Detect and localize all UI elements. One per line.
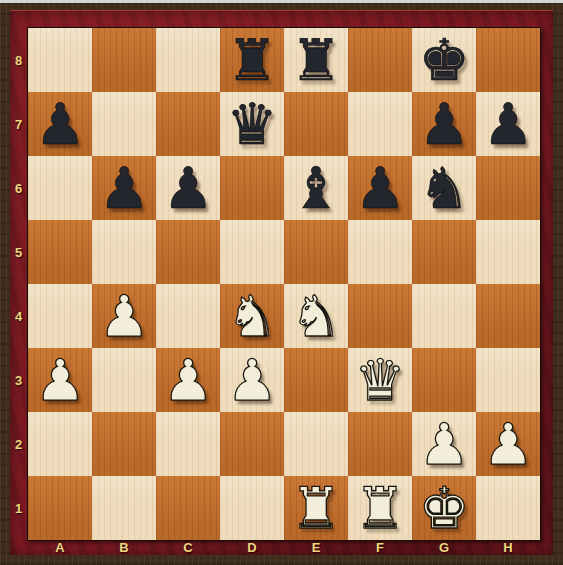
white-pawn[interactable]: ♟ <box>98 284 149 348</box>
square-h1[interactable] <box>476 476 540 540</box>
square-g8[interactable]: ♚ <box>412 28 476 92</box>
square-c1[interactable] <box>156 476 220 540</box>
white-knight[interactable]: ♞ <box>290 284 341 348</box>
white-pawn[interactable]: ♟ <box>162 348 213 412</box>
square-f1[interactable]: ♜ <box>348 476 412 540</box>
square-c4[interactable] <box>156 284 220 348</box>
rank-label-4: 4 <box>10 284 27 348</box>
black-rook[interactable]: ♜ <box>226 28 277 92</box>
square-g7[interactable]: ♟ <box>412 92 476 156</box>
square-h2[interactable]: ♟ <box>476 412 540 476</box>
black-bishop[interactable]: ♝ <box>290 156 341 220</box>
black-pawn[interactable]: ♟ <box>354 156 405 220</box>
rank-label-7: 7 <box>10 92 27 156</box>
white-pawn[interactable]: ♟ <box>482 412 533 476</box>
file-label-f: F <box>348 539 412 555</box>
square-g1[interactable]: ♚ <box>412 476 476 540</box>
square-d4[interactable]: ♞ <box>220 284 284 348</box>
square-a1[interactable] <box>28 476 92 540</box>
file-label-d: D <box>220 539 284 555</box>
black-queen[interactable]: ♛ <box>226 92 277 156</box>
square-f3[interactable]: ♛ <box>348 348 412 412</box>
square-g3[interactable] <box>412 348 476 412</box>
rank-label-5: 5 <box>10 220 27 284</box>
square-c6[interactable]: ♟ <box>156 156 220 220</box>
square-h4[interactable] <box>476 284 540 348</box>
black-pawn[interactable]: ♟ <box>418 92 469 156</box>
square-e4[interactable]: ♞ <box>284 284 348 348</box>
square-c8[interactable] <box>156 28 220 92</box>
square-b7[interactable] <box>92 92 156 156</box>
white-knight[interactable]: ♞ <box>226 284 277 348</box>
square-d8[interactable]: ♜ <box>220 28 284 92</box>
black-pawn[interactable]: ♟ <box>98 156 149 220</box>
square-h5[interactable] <box>476 220 540 284</box>
square-f7[interactable] <box>348 92 412 156</box>
white-king[interactable]: ♚ <box>418 476 469 540</box>
white-queen[interactable]: ♛ <box>354 348 405 412</box>
square-c2[interactable] <box>156 412 220 476</box>
square-a5[interactable] <box>28 220 92 284</box>
square-e6[interactable]: ♝ <box>284 156 348 220</box>
black-pawn[interactable]: ♟ <box>482 92 533 156</box>
chessboard-window: 87654321 ♜♜♚♟♛♟♟♟♟♝♟♞♟♞♞♟♟♟♛♟♟♜♜♚ ABCDEF… <box>0 0 563 565</box>
square-h6[interactable] <box>476 156 540 220</box>
rank-label-1: 1 <box>10 476 27 540</box>
file-label-g: G <box>412 539 476 555</box>
square-d2[interactable] <box>220 412 284 476</box>
square-e7[interactable] <box>284 92 348 156</box>
file-label-a: A <box>28 539 92 555</box>
square-d5[interactable] <box>220 220 284 284</box>
square-b4[interactable]: ♟ <box>92 284 156 348</box>
square-b3[interactable] <box>92 348 156 412</box>
square-b1[interactable] <box>92 476 156 540</box>
square-a2[interactable] <box>28 412 92 476</box>
square-d3[interactable]: ♟ <box>220 348 284 412</box>
rank-label-8: 8 <box>10 28 27 92</box>
rank-label-3: 3 <box>10 348 27 412</box>
black-pawn[interactable]: ♟ <box>162 156 213 220</box>
square-h7[interactable]: ♟ <box>476 92 540 156</box>
square-f6[interactable]: ♟ <box>348 156 412 220</box>
square-b2[interactable] <box>92 412 156 476</box>
square-e5[interactable] <box>284 220 348 284</box>
file-label-h: H <box>476 539 540 555</box>
square-c7[interactable] <box>156 92 220 156</box>
square-f8[interactable] <box>348 28 412 92</box>
chess-board: ♜♜♚♟♛♟♟♟♟♝♟♞♟♞♞♟♟♟♛♟♟♜♜♚ <box>28 28 540 540</box>
board-edge: ♜♜♚♟♛♟♟♟♟♝♟♞♟♞♞♟♟♟♛♟♟♜♜♚ <box>27 27 541 541</box>
rank-labels: 87654321 <box>10 28 27 540</box>
square-a6[interactable] <box>28 156 92 220</box>
black-knight[interactable]: ♞ <box>418 156 469 220</box>
rank-label-2: 2 <box>10 412 27 476</box>
square-e2[interactable] <box>284 412 348 476</box>
file-label-c: C <box>156 539 220 555</box>
square-d7[interactable]: ♛ <box>220 92 284 156</box>
white-rook[interactable]: ♜ <box>290 476 341 540</box>
square-g6[interactable]: ♞ <box>412 156 476 220</box>
square-g2[interactable]: ♟ <box>412 412 476 476</box>
file-label-e: E <box>284 539 348 555</box>
square-g5[interactable] <box>412 220 476 284</box>
rank-label-6: 6 <box>10 156 27 220</box>
white-pawn[interactable]: ♟ <box>34 348 85 412</box>
square-d1[interactable] <box>220 476 284 540</box>
square-a4[interactable] <box>28 284 92 348</box>
square-f2[interactable] <box>348 412 412 476</box>
square-c5[interactable] <box>156 220 220 284</box>
square-f4[interactable] <box>348 284 412 348</box>
square-b8[interactable] <box>92 28 156 92</box>
square-g4[interactable] <box>412 284 476 348</box>
square-d6[interactable] <box>220 156 284 220</box>
file-label-b: B <box>92 539 156 555</box>
square-a8[interactable] <box>28 28 92 92</box>
white-pawn[interactable]: ♟ <box>418 412 469 476</box>
black-king[interactable]: ♚ <box>418 28 469 92</box>
white-pawn[interactable]: ♟ <box>226 348 277 412</box>
square-e8[interactable]: ♜ <box>284 28 348 92</box>
file-labels: ABCDEFGH <box>28 539 540 555</box>
black-pawn[interactable]: ♟ <box>34 92 85 156</box>
square-c3[interactable]: ♟ <box>156 348 220 412</box>
square-f5[interactable] <box>348 220 412 284</box>
square-a7[interactable]: ♟ <box>28 92 92 156</box>
square-b6[interactable]: ♟ <box>92 156 156 220</box>
square-a3[interactable]: ♟ <box>28 348 92 412</box>
square-h3[interactable] <box>476 348 540 412</box>
black-rook[interactable]: ♜ <box>290 28 341 92</box>
white-rook[interactable]: ♜ <box>354 476 405 540</box>
square-e1[interactable]: ♜ <box>284 476 348 540</box>
square-h8[interactable] <box>476 28 540 92</box>
square-b5[interactable] <box>92 220 156 284</box>
square-e3[interactable] <box>284 348 348 412</box>
